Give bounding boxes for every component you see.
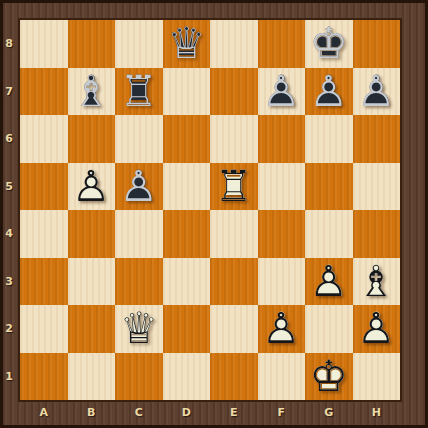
board-square-f5[interactable] bbox=[258, 163, 306, 211]
chess-app: ♛♕♚♔♝♗♜♖♟♙♟♙♟♙♟♙♟♙♜♖♟♙♝♗♛♕♟♙♟♙♚♔ 8765432… bbox=[0, 0, 428, 428]
board-square-c7[interactable]: ♜♖ bbox=[115, 68, 163, 116]
board-square-h1[interactable] bbox=[353, 353, 401, 401]
rank-label-4: 4 bbox=[0, 210, 18, 258]
board-square-a7[interactable] bbox=[20, 68, 68, 116]
chess-board: ♛♕♚♔♝♗♜♖♟♙♟♙♟♙♟♙♟♙♜♖♟♙♝♗♛♕♟♙♟♙♚♔ bbox=[18, 18, 402, 402]
black-pawn-outline: ♙ bbox=[258, 68, 306, 116]
black-pawn-outline: ♙ bbox=[115, 163, 163, 211]
board-square-g2[interactable] bbox=[305, 305, 353, 353]
board-square-d4[interactable] bbox=[163, 210, 211, 258]
board-square-c5[interactable]: ♟♙ bbox=[115, 163, 163, 211]
piece-black-king[interactable]: ♚♔ bbox=[305, 20, 353, 68]
black-rook-outline: ♖ bbox=[115, 68, 163, 116]
black-queen-outline: ♕ bbox=[163, 20, 211, 68]
file-label-d: D bbox=[163, 404, 211, 422]
rank-label-7: 7 bbox=[0, 68, 18, 116]
piece-black-pawn[interactable]: ♟♙ bbox=[353, 68, 401, 116]
board-square-f8[interactable] bbox=[258, 20, 306, 68]
black-king-outline: ♔ bbox=[305, 20, 353, 68]
board-square-h3[interactable]: ♝♗ bbox=[353, 258, 401, 306]
black-bishop-outline: ♗ bbox=[68, 68, 116, 116]
piece-white-king[interactable]: ♚♔ bbox=[305, 353, 353, 401]
board-square-g1[interactable]: ♚♔ bbox=[305, 353, 353, 401]
rank-label-2: 2 bbox=[0, 305, 18, 353]
white-pawn-outline: ♙ bbox=[258, 305, 306, 353]
rank-label-5: 5 bbox=[0, 163, 18, 211]
rank-label-1: 1 bbox=[0, 353, 18, 401]
board-square-a4[interactable] bbox=[20, 210, 68, 258]
board-square-e3[interactable] bbox=[210, 258, 258, 306]
board-square-a6[interactable] bbox=[20, 115, 68, 163]
board-square-h6[interactable] bbox=[353, 115, 401, 163]
board-square-d7[interactable] bbox=[163, 68, 211, 116]
board-square-a1[interactable] bbox=[20, 353, 68, 401]
board-square-b3[interactable] bbox=[68, 258, 116, 306]
board-square-b2[interactable] bbox=[68, 305, 116, 353]
rank-label-3: 3 bbox=[0, 258, 18, 306]
board-square-a5[interactable] bbox=[20, 163, 68, 211]
board-square-e2[interactable] bbox=[210, 305, 258, 353]
board-square-h2[interactable]: ♟♙ bbox=[353, 305, 401, 353]
piece-white-pawn[interactable]: ♟♙ bbox=[68, 163, 116, 211]
board-square-b6[interactable] bbox=[68, 115, 116, 163]
white-pawn-outline: ♙ bbox=[68, 163, 116, 211]
board-square-f3[interactable] bbox=[258, 258, 306, 306]
board-square-c2[interactable]: ♛♕ bbox=[115, 305, 163, 353]
board-square-a2[interactable] bbox=[20, 305, 68, 353]
board-square-g5[interactable] bbox=[305, 163, 353, 211]
board-square-h8[interactable] bbox=[353, 20, 401, 68]
file-label-h: H bbox=[353, 404, 401, 422]
board-square-c6[interactable] bbox=[115, 115, 163, 163]
board-square-e4[interactable] bbox=[210, 210, 258, 258]
file-label-c: C bbox=[115, 404, 163, 422]
white-king-outline: ♔ bbox=[305, 353, 353, 401]
file-label-g: G bbox=[305, 404, 353, 422]
board-square-c3[interactable] bbox=[115, 258, 163, 306]
board-square-f2[interactable]: ♟♙ bbox=[258, 305, 306, 353]
piece-black-pawn[interactable]: ♟♙ bbox=[258, 68, 306, 116]
piece-black-bishop[interactable]: ♝♗ bbox=[68, 68, 116, 116]
board-square-b1[interactable] bbox=[68, 353, 116, 401]
board-square-g7[interactable]: ♟♙ bbox=[305, 68, 353, 116]
board-square-h4[interactable] bbox=[353, 210, 401, 258]
piece-white-pawn[interactable]: ♟♙ bbox=[305, 258, 353, 306]
board-square-d6[interactable] bbox=[163, 115, 211, 163]
piece-white-bishop[interactable]: ♝♗ bbox=[353, 258, 401, 306]
piece-black-pawn[interactable]: ♟♙ bbox=[305, 68, 353, 116]
black-pawn-outline: ♙ bbox=[353, 68, 401, 116]
piece-white-queen[interactable]: ♛♕ bbox=[115, 305, 163, 353]
rank-label-6: 6 bbox=[0, 115, 18, 163]
board-square-d5[interactable] bbox=[163, 163, 211, 211]
board-square-e1[interactable] bbox=[210, 353, 258, 401]
board-square-h7[interactable]: ♟♙ bbox=[353, 68, 401, 116]
white-rook-outline: ♖ bbox=[210, 163, 258, 211]
piece-white-rook[interactable]: ♜♖ bbox=[210, 163, 258, 211]
board-square-f7[interactable]: ♟♙ bbox=[258, 68, 306, 116]
piece-black-queen[interactable]: ♛♕ bbox=[163, 20, 211, 68]
board-square-g3[interactable]: ♟♙ bbox=[305, 258, 353, 306]
board-square-e7[interactable] bbox=[210, 68, 258, 116]
file-label-e: E bbox=[210, 404, 258, 422]
white-bishop-outline: ♗ bbox=[353, 258, 401, 306]
board-square-f4[interactable] bbox=[258, 210, 306, 258]
white-queen-outline: ♕ bbox=[115, 305, 163, 353]
file-label-b: B bbox=[68, 404, 116, 422]
board-square-g6[interactable] bbox=[305, 115, 353, 163]
white-pawn-outline: ♙ bbox=[305, 258, 353, 306]
piece-white-pawn[interactable]: ♟♙ bbox=[258, 305, 306, 353]
file-label-a: A bbox=[20, 404, 68, 422]
board-square-f1[interactable] bbox=[258, 353, 306, 401]
piece-white-pawn[interactable]: ♟♙ bbox=[353, 305, 401, 353]
board-square-e8[interactable] bbox=[210, 20, 258, 68]
board-square-c1[interactable] bbox=[115, 353, 163, 401]
board-square-h5[interactable] bbox=[353, 163, 401, 211]
board-square-a3[interactable] bbox=[20, 258, 68, 306]
piece-black-pawn[interactable]: ♟♙ bbox=[115, 163, 163, 211]
board-square-a8[interactable] bbox=[20, 20, 68, 68]
board-square-c4[interactable] bbox=[115, 210, 163, 258]
piece-black-rook[interactable]: ♜♖ bbox=[115, 68, 163, 116]
board-square-e6[interactable] bbox=[210, 115, 258, 163]
board-square-b8[interactable] bbox=[68, 20, 116, 68]
white-pawn-outline: ♙ bbox=[353, 305, 401, 353]
board-square-g4[interactable] bbox=[305, 210, 353, 258]
board-square-c8[interactable] bbox=[115, 20, 163, 68]
board-square-b7[interactable]: ♝♗ bbox=[68, 68, 116, 116]
file-label-f: F bbox=[258, 404, 306, 422]
board-square-d1[interactable] bbox=[163, 353, 211, 401]
black-pawn-outline: ♙ bbox=[305, 68, 353, 116]
board-square-d3[interactable] bbox=[163, 258, 211, 306]
board-square-f6[interactable] bbox=[258, 115, 306, 163]
board-square-b5[interactable]: ♟♙ bbox=[68, 163, 116, 211]
board-square-d8[interactable]: ♛♕ bbox=[163, 20, 211, 68]
board-square-e5[interactable]: ♜♖ bbox=[210, 163, 258, 211]
board-square-g8[interactable]: ♚♔ bbox=[305, 20, 353, 68]
board-square-b4[interactable] bbox=[68, 210, 116, 258]
rank-label-8: 8 bbox=[0, 20, 18, 68]
board-square-d2[interactable] bbox=[163, 305, 211, 353]
